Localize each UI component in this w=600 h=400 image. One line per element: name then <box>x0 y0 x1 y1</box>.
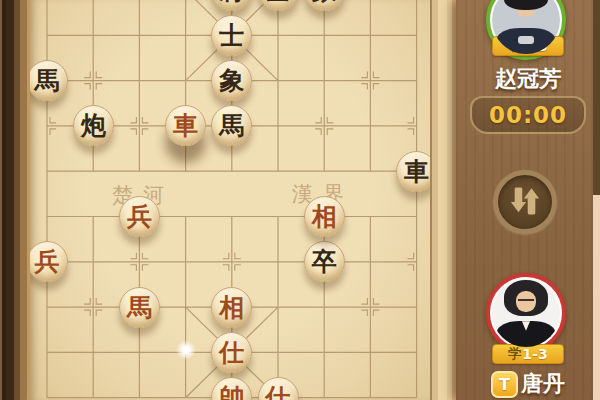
piece-glyph: 車 <box>173 113 198 138</box>
piece-glyph: 仕 <box>266 385 291 400</box>
xiangqi-board[interactable]: 楚河 漢界 將士象士象馬炮馬車卒車相兵兵馬相仕帥仕 <box>30 0 430 400</box>
top-player-timer: 00:00 <box>489 102 567 128</box>
bottom-player-avatar[interactable] <box>486 273 566 353</box>
board-frame-right <box>430 0 456 400</box>
piece-glyph: 兵 <box>35 249 60 274</box>
top-player-timer-panel: 00:00 <box>470 96 586 134</box>
rank-level: 1-3 <box>522 346 547 362</box>
piece-glyph: 馬 <box>35 68 60 93</box>
swap-arrows-icon <box>503 180 547 224</box>
piece-glyph: 炮 <box>81 113 106 138</box>
xiangqi-game-screen: 楚河 漢界 將士象士象馬炮馬車卒車相兵兵馬相仕帥仕 学 1-3 赵冠芳 00:0… <box>0 0 600 400</box>
board-frame-left <box>0 0 30 400</box>
edge-panel <box>593 195 600 400</box>
bottom-player-name: 唐丹 <box>521 369 565 399</box>
bottom-player-name-row: T 唐丹 <box>456 369 600 399</box>
piece-glyph: 將 <box>219 0 244 3</box>
piece-red-仕[interactable]: 仕 <box>211 332 252 373</box>
piece-black-炮[interactable]: 炮 <box>73 105 114 146</box>
bottom-player-photo <box>492 279 560 347</box>
piece-glyph: 相 <box>219 295 244 320</box>
edge-panel-top <box>593 0 600 195</box>
player-sidebar: 学 1-3 赵冠芳 00:00 <box>456 0 600 400</box>
piece-glyph: 士 <box>266 0 291 3</box>
bottom-player-rank-badge: 学 1-3 <box>492 344 564 364</box>
title-badge-icon: T <box>491 371 518 398</box>
avatar-hair <box>504 0 549 10</box>
piece-glyph: 士 <box>219 23 244 48</box>
rank-cap-icon: 学 <box>508 345 521 363</box>
piece-glyph: 仕 <box>219 340 244 365</box>
sparkle-effect <box>176 340 196 360</box>
piece-glyph: 馬 <box>219 113 244 138</box>
piece-glyph: 車 <box>404 159 429 184</box>
piece-black-士[interactable]: 士 <box>211 15 252 56</box>
top-player-name: 赵冠芳 <box>456 64 600 94</box>
piece-glyph: 帥 <box>219 385 244 400</box>
piece-red-兵[interactable]: 兵 <box>119 196 160 237</box>
piece-glyph: 象 <box>312 0 337 3</box>
avatar-face <box>516 291 536 311</box>
avatar-glasses <box>518 299 534 301</box>
piece-red-相[interactable]: 相 <box>211 287 252 328</box>
piece-red-馬[interactable]: 馬 <box>119 287 160 328</box>
piece-glyph: 相 <box>312 204 337 229</box>
piece-black-馬[interactable]: 馬 <box>30 60 68 101</box>
avatar-shirt-print <box>518 36 534 44</box>
piece-black-卒[interactable]: 卒 <box>304 241 345 282</box>
piece-glyph: 馬 <box>127 295 152 320</box>
piece-red-相[interactable]: 相 <box>304 196 345 237</box>
piece-glyph: 卒 <box>312 249 337 274</box>
piece-glyph: 兵 <box>127 204 152 229</box>
piece-glyph: 象 <box>219 68 244 93</box>
swap-sides-button[interactable] <box>493 170 557 234</box>
piece-black-車[interactable]: 車 <box>396 151 430 192</box>
